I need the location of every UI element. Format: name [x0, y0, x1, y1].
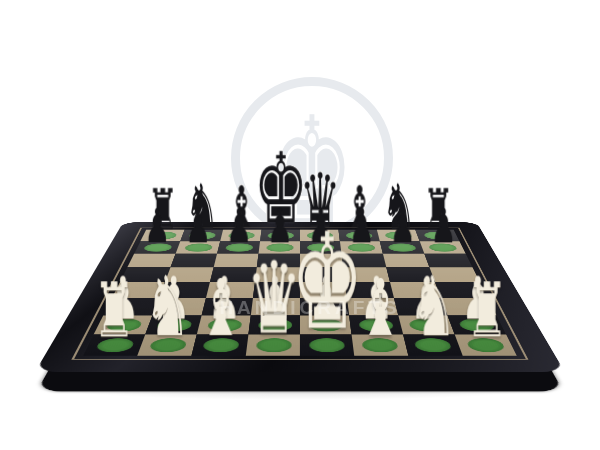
product-photo-stage: ♜♞♝♚♛♝♞♜♟♟♟♟♟♟♟♟♟♟♟♟♟♟♟♟♜♞♝♛♚♝♞♜ ♚ HANDI… — [0, 0, 600, 450]
board-grid: ♜♞♝♚♛♝♞♜♟♟♟♟♟♟♟♟♟♟♟♟♟♟♟♟♜♞♝♛♚♝♞♜ — [83, 230, 517, 356]
chessboard: ♜♞♝♚♛♝♞♜♟♟♟♟♟♟♟♟♟♟♟♟♟♟♟♟♜♞♝♛♚♝♞♜ — [35, 222, 565, 372]
scene: ♜♞♝♚♛♝♞♜♟♟♟♟♟♟♟♟♟♟♟♟♟♟♟♟♜♞♝♛♚♝♞♜ — [0, 0, 600, 450]
piece-white-rook-h1: ♜ — [435, 272, 538, 348]
piece-black-pawn-h7: ♟ — [404, 202, 483, 249]
